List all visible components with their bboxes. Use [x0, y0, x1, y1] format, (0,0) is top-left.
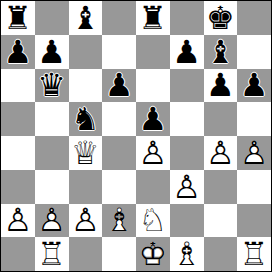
square-g4[interactable]: ♟♙ — [204, 136, 238, 170]
square-e6[interactable] — [136, 69, 170, 103]
piece-fill: ♟ — [204, 136, 238, 170]
piece-glyph: ♟ — [136, 102, 170, 136]
white-pawn[interactable]: ♟♙ — [1, 204, 35, 238]
square-e5[interactable]: ♟ — [136, 102, 170, 136]
square-a8[interactable]: ♜ — [1, 1, 35, 35]
square-d7[interactable] — [102, 35, 136, 69]
white-queen[interactable]: ♛♕ — [69, 136, 103, 170]
black-pawn[interactable]: ♟ — [170, 35, 204, 69]
black-bishop[interactable]: ♝ — [204, 35, 238, 69]
piece-glyph: ♟ — [204, 69, 238, 103]
piece-fill: ♛ — [69, 136, 103, 170]
square-c6[interactable] — [69, 69, 103, 103]
white-bishop[interactable]: ♝♗ — [102, 204, 136, 238]
piece-outline: ♙ — [1, 204, 35, 238]
square-b8[interactable] — [35, 1, 69, 35]
square-e1[interactable]: ♚♔ — [136, 237, 170, 271]
black-rook[interactable]: ♜ — [1, 1, 35, 35]
square-d1[interactable] — [102, 237, 136, 271]
square-e2[interactable]: ♞♘ — [136, 204, 170, 238]
square-f7[interactable]: ♟ — [170, 35, 204, 69]
piece-glyph: ♝ — [204, 35, 238, 69]
white-pawn[interactable]: ♟♙ — [35, 204, 69, 238]
square-h5[interactable] — [237, 102, 271, 136]
piece-outline: ♙ — [170, 170, 204, 204]
piece-fill: ♚ — [136, 237, 170, 271]
piece-glyph: ♟ — [1, 35, 35, 69]
black-queen[interactable]: ♛ — [35, 69, 69, 103]
piece-fill: ♟ — [69, 204, 103, 238]
piece-glyph: ♛ — [35, 69, 69, 103]
square-e4[interactable]: ♟♙ — [136, 136, 170, 170]
piece-outline: ♙ — [136, 136, 170, 170]
white-pawn[interactable]: ♟♙ — [136, 136, 170, 170]
square-c8[interactable]: ♝ — [69, 1, 103, 35]
piece-glyph: ♜ — [1, 1, 35, 35]
square-d2[interactable]: ♝♗ — [102, 204, 136, 238]
chess-board-window: ♜♝♜♚♟♟♟♝♛♟♟♟♞♟♛♕♟♙♟♙♟♙♟♙♟♙♟♙♟♙♝♗♞♘♜♖♚♔♝♗… — [0, 0, 272, 272]
black-knight[interactable]: ♞ — [69, 102, 103, 136]
piece-glyph: ♟ — [102, 69, 136, 103]
piece-fill: ♝ — [102, 204, 136, 238]
square-b1[interactable]: ♜♖ — [35, 237, 69, 271]
black-rook[interactable]: ♜ — [136, 1, 170, 35]
square-g8[interactable]: ♚ — [204, 1, 238, 35]
black-pawn[interactable]: ♟ — [35, 35, 69, 69]
piece-outline: ♗ — [170, 237, 204, 271]
square-c2[interactable]: ♟♙ — [69, 204, 103, 238]
square-b2[interactable]: ♟♙ — [35, 204, 69, 238]
square-e7[interactable] — [136, 35, 170, 69]
square-c7[interactable] — [69, 35, 103, 69]
square-h7[interactable] — [237, 35, 271, 69]
piece-outline: ♔ — [136, 237, 170, 271]
piece-glyph: ♜ — [136, 1, 170, 35]
piece-outline: ♙ — [237, 136, 271, 170]
piece-outline: ♖ — [35, 237, 69, 271]
piece-fill: ♜ — [35, 237, 69, 271]
square-g6[interactable]: ♟ — [204, 69, 238, 103]
piece-fill: ♞ — [136, 204, 170, 238]
square-b3[interactable] — [35, 170, 69, 204]
square-a2[interactable]: ♟♙ — [1, 204, 35, 238]
white-bishop[interactable]: ♝♗ — [170, 237, 204, 271]
square-f1[interactable]: ♝♗ — [170, 237, 204, 271]
square-d3[interactable] — [102, 170, 136, 204]
square-a5[interactable] — [1, 102, 35, 136]
piece-outline: ♗ — [102, 204, 136, 238]
square-a3[interactable] — [1, 170, 35, 204]
black-pawn[interactable]: ♟ — [102, 69, 136, 103]
square-d6[interactable]: ♟ — [102, 69, 136, 103]
piece-glyph: ♟ — [237, 69, 271, 103]
chess-board: ♜♝♜♚♟♟♟♝♛♟♟♟♞♟♛♕♟♙♟♙♟♙♟♙♟♙♟♙♟♙♝♗♞♘♜♖♚♔♝♗… — [0, 0, 272, 272]
square-g3[interactable] — [204, 170, 238, 204]
piece-fill: ♝ — [170, 237, 204, 271]
piece-fill: ♟ — [1, 204, 35, 238]
square-a6[interactable] — [1, 69, 35, 103]
square-h3[interactable] — [237, 170, 271, 204]
piece-glyph: ♟ — [170, 35, 204, 69]
black-pawn[interactable]: ♟ — [136, 102, 170, 136]
square-d4[interactable] — [102, 136, 136, 170]
black-pawn[interactable]: ♟ — [204, 69, 238, 103]
piece-glyph: ♝ — [69, 1, 103, 35]
square-h6[interactable]: ♟ — [237, 69, 271, 103]
square-a7[interactable]: ♟ — [1, 35, 35, 69]
square-c4[interactable]: ♛♕ — [69, 136, 103, 170]
square-a1[interactable] — [1, 237, 35, 271]
piece-fill: ♜ — [237, 237, 271, 271]
piece-outline: ♕ — [69, 136, 103, 170]
square-f3[interactable]: ♟♙ — [170, 170, 204, 204]
square-f2[interactable] — [170, 204, 204, 238]
white-pawn[interactable]: ♟♙ — [237, 136, 271, 170]
black-bishop[interactable]: ♝ — [69, 1, 103, 35]
square-g2[interactable] — [204, 204, 238, 238]
piece-fill: ♟ — [136, 136, 170, 170]
piece-outline: ♙ — [35, 204, 69, 238]
piece-outline: ♙ — [69, 204, 103, 238]
piece-glyph: ♞ — [69, 102, 103, 136]
black-pawn[interactable]: ♟ — [237, 69, 271, 103]
square-f6[interactable] — [170, 69, 204, 103]
square-g7[interactable]: ♝ — [204, 35, 238, 69]
square-d8[interactable] — [102, 1, 136, 35]
white-pawn[interactable]: ♟♙ — [69, 204, 103, 238]
square-c1[interactable] — [69, 237, 103, 271]
black-king[interactable]: ♚ — [204, 1, 238, 35]
square-b4[interactable] — [35, 136, 69, 170]
white-rook[interactable]: ♜♖ — [35, 237, 69, 271]
square-e3[interactable] — [136, 170, 170, 204]
square-b5[interactable] — [35, 102, 69, 136]
square-b6[interactable]: ♛ — [35, 69, 69, 103]
square-h2[interactable] — [237, 204, 271, 238]
piece-fill: ♟ — [237, 136, 271, 170]
square-h8[interactable] — [237, 1, 271, 35]
piece-glyph: ♟ — [35, 35, 69, 69]
white-rook[interactable]: ♜♖ — [237, 237, 271, 271]
piece-fill: ♟ — [170, 170, 204, 204]
square-h4[interactable]: ♟♙ — [237, 136, 271, 170]
piece-outline: ♙ — [204, 136, 238, 170]
square-e8[interactable]: ♜ — [136, 1, 170, 35]
square-f5[interactable] — [170, 102, 204, 136]
piece-glyph: ♚ — [204, 1, 238, 35]
square-h1[interactable]: ♜♖ — [237, 237, 271, 271]
square-f4[interactable] — [170, 136, 204, 170]
piece-fill: ♟ — [35, 204, 69, 238]
white-knight[interactable]: ♞♘ — [136, 204, 170, 238]
square-a4[interactable] — [1, 136, 35, 170]
piece-outline: ♖ — [237, 237, 271, 271]
square-g1[interactable] — [204, 237, 238, 271]
square-c5[interactable]: ♞ — [69, 102, 103, 136]
piece-outline: ♘ — [136, 204, 170, 238]
square-g5[interactable] — [204, 102, 238, 136]
square-c3[interactable] — [69, 170, 103, 204]
square-d5[interactable] — [102, 102, 136, 136]
white-king[interactable]: ♚♔ — [136, 237, 170, 271]
white-pawn[interactable]: ♟♙ — [170, 170, 204, 204]
black-pawn[interactable]: ♟ — [1, 35, 35, 69]
square-b7[interactable]: ♟ — [35, 35, 69, 69]
white-pawn[interactable]: ♟♙ — [204, 136, 238, 170]
square-f8[interactable] — [170, 1, 204, 35]
